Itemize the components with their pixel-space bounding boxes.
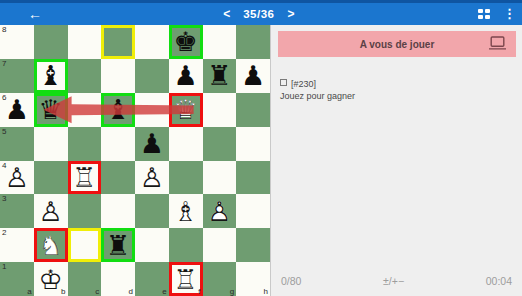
square-a2[interactable]: 2 <box>0 228 34 262</box>
rank-label-6: 6 <box>2 93 6 102</box>
square-c2[interactable] <box>68 228 102 262</box>
square-c8[interactable] <box>68 25 102 59</box>
file-label-d: d <box>129 287 133 296</box>
square-c7[interactable] <box>68 59 102 93</box>
square-d7[interactable] <box>101 59 135 93</box>
back-icon[interactable]: ← <box>28 3 42 25</box>
square-a6[interactable]: 6♟ <box>0 93 34 127</box>
file-label-e: e <box>162 287 166 296</box>
square-c5[interactable] <box>68 127 102 161</box>
square-e7[interactable] <box>135 59 169 93</box>
evaluation-label: ±/+− <box>383 275 404 287</box>
piece-white-king: ♚♔ <box>34 262 68 296</box>
file-label-a: a <box>27 287 31 296</box>
square-g4[interactable] <box>203 161 237 195</box>
square-g1[interactable]: g <box>203 262 237 296</box>
rank-label-3: 3 <box>2 194 6 203</box>
piece-black-pawn: ♟ <box>140 127 164 160</box>
square-b7[interactable]: ♝ <box>34 59 68 93</box>
square-c6[interactable] <box>68 93 102 127</box>
square-a7[interactable]: 7 <box>0 59 34 93</box>
square-f4[interactable] <box>169 161 203 195</box>
grid-view-icon[interactable] <box>478 9 490 19</box>
square-h5[interactable] <box>236 127 270 161</box>
square-b1[interactable]: b♚♔ <box>34 262 68 296</box>
square-e4[interactable]: ♟♙ <box>135 161 169 195</box>
square-h6[interactable] <box>236 93 270 127</box>
piece-white-rook: ♜♖ <box>169 262 203 296</box>
square-d1[interactable]: d <box>101 262 135 296</box>
square-b8[interactable] <box>34 25 68 59</box>
timer: 00:04 <box>486 275 512 287</box>
square-e3[interactable] <box>135 194 169 228</box>
square-h8[interactable] <box>236 25 270 59</box>
top-app-bar: ← < 35/36 > ⋮ <box>0 3 522 25</box>
square-a5[interactable]: 5 <box>0 127 34 161</box>
square-g6[interactable] <box>203 93 237 127</box>
puzzle-id-row: [#230] <box>280 78 355 90</box>
square-e2[interactable] <box>135 228 169 262</box>
square-g7[interactable]: ♜ <box>203 59 237 93</box>
piece-white-pawn: ♟♙ <box>203 194 237 228</box>
square-e5[interactable]: ♟ <box>135 127 169 161</box>
file-label-h: h <box>264 287 268 296</box>
square-f6[interactable]: ♛♕ <box>169 93 203 127</box>
square-g8[interactable] <box>203 25 237 59</box>
piece-black-queen: ♛ <box>39 93 63 126</box>
square-d2[interactable]: ♜ <box>101 228 135 262</box>
square-f8[interactable]: ♚ <box>169 25 203 59</box>
square-e8[interactable] <box>135 25 169 59</box>
square-d3[interactable] <box>101 194 135 228</box>
piece-black-king: ♚ <box>174 25 198 58</box>
turn-banner: A vous de jouer <box>278 31 516 57</box>
square-d6[interactable]: ♝ <box>101 93 135 127</box>
square-d4[interactable] <box>101 161 135 195</box>
piece-white-rook: ♜♖ <box>68 161 102 195</box>
puzzle-goal: Jouez pour gagner <box>280 90 355 102</box>
next-puzzle-icon[interactable]: > <box>288 7 295 21</box>
square-h7[interactable]: ♟ <box>236 59 270 93</box>
puzzle-id: [#230] <box>291 79 316 89</box>
topbar-actions: ⋮ <box>478 3 516 25</box>
rank-label-1: 1 <box>2 262 6 271</box>
square-h1[interactable]: h <box>236 262 270 296</box>
chess-board[interactable]: 8♚7♝♟♜♟6♟♛♝♛♕5♟4♟♙♜♖♟♙3♟♙♝♗♟♙2♞♘♜1ab♚♔cd… <box>0 25 270 296</box>
piece-white-pawn: ♟♙ <box>135 161 169 195</box>
square-c4[interactable]: ♜♖ <box>68 161 102 195</box>
square-b5[interactable] <box>34 127 68 161</box>
side-panel: A vous de jouer [#230] Jouez pour gagner… <box>270 25 522 296</box>
file-label-c: c <box>95 287 99 296</box>
square-a3[interactable]: 3 <box>0 194 34 228</box>
piece-black-pawn: ♟ <box>241 59 265 92</box>
square-h3[interactable] <box>236 194 270 228</box>
square-a4[interactable]: 4♟♙ <box>0 161 34 195</box>
piece-white-bishop: ♝♗ <box>169 194 203 228</box>
rank-label-5: 5 <box>2 127 6 136</box>
piece-white-knight: ♞♘ <box>34 228 68 262</box>
square-a1[interactable]: 1a <box>0 262 34 296</box>
square-h4[interactable] <box>236 161 270 195</box>
rank-label-2: 2 <box>2 228 6 237</box>
rank-label-7: 7 <box>2 59 6 68</box>
piece-black-rook: ♜ <box>207 59 231 92</box>
board-area: 8♚7♝♟♜♟6♟♛♝♛♕5♟4♟♙♜♖♟♙3♟♙♝♗♟♙2♞♘♜1ab♚♔cd… <box>0 25 270 296</box>
progress-counter: 0/80 <box>281 275 301 287</box>
square-e6[interactable] <box>135 93 169 127</box>
square-e1[interactable]: e <box>135 262 169 296</box>
chess-app-window: ← < 35/36 > ⋮ 8♚7♝♟♜♟6♟♛♝♛♕5♟4♟♙♜♖♟♙3♟♙♝… <box>0 0 522 296</box>
prev-puzzle-icon[interactable]: < <box>223 7 230 21</box>
square-g2[interactable] <box>203 228 237 262</box>
square-b4[interactable] <box>34 161 68 195</box>
square-c1[interactable]: c <box>68 262 102 296</box>
puzzle-navigator: < 35/36 > <box>223 3 294 25</box>
square-d5[interactable] <box>101 127 135 161</box>
piece-black-pawn: ♟ <box>5 93 29 126</box>
square-marker-icon <box>280 79 287 86</box>
overflow-menu-icon[interactable]: ⋮ <box>503 9 516 19</box>
square-f2[interactable] <box>169 228 203 262</box>
puzzle-counter: 35/36 <box>243 8 274 20</box>
rank-label-8: 8 <box>2 25 6 34</box>
panel-footer: 0/80 ±/+− 00:04 <box>281 275 512 287</box>
square-h2[interactable] <box>236 228 270 262</box>
square-g5[interactable] <box>203 127 237 161</box>
piece-black-bishop: ♝ <box>106 93 130 126</box>
piece-white-pawn: ♟♙ <box>34 194 68 228</box>
square-f1[interactable]: f♜♖ <box>169 262 203 296</box>
square-d8[interactable] <box>101 25 135 59</box>
square-b3[interactable]: ♟♙ <box>34 194 68 228</box>
piece-white-queen: ♛♕ <box>169 93 203 127</box>
square-b6[interactable]: ♛ <box>34 93 68 127</box>
square-f5[interactable] <box>169 127 203 161</box>
file-label-g: g <box>230 287 234 296</box>
turn-banner-label: A vous de jouer <box>360 39 435 50</box>
square-f3[interactable]: ♝♗ <box>169 194 203 228</box>
piece-black-pawn: ♟ <box>174 59 198 92</box>
piece-black-bishop: ♝ <box>39 59 63 92</box>
square-b2[interactable]: ♞♘ <box>34 228 68 262</box>
puzzle-meta: [#230] Jouez pour gagner <box>280 78 355 102</box>
square-a8[interactable]: 8 <box>0 25 34 59</box>
laptop-icon[interactable] <box>488 36 507 51</box>
piece-black-rook: ♜ <box>106 229 130 262</box>
square-f7[interactable]: ♟ <box>169 59 203 93</box>
piece-white-pawn: ♟♙ <box>0 161 34 195</box>
square-g3[interactable]: ♟♙ <box>203 194 237 228</box>
square-c3[interactable] <box>68 194 102 228</box>
